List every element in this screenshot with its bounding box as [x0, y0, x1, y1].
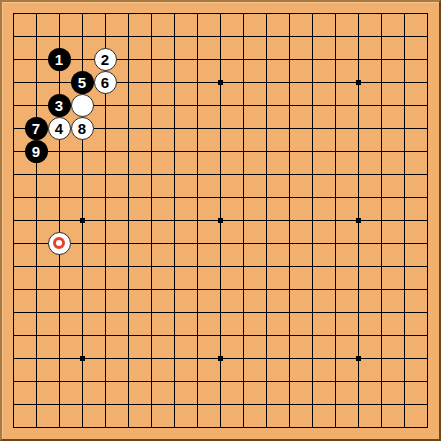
intersection[interactable]: [209, 393, 232, 416]
intersection[interactable]: [416, 393, 439, 416]
intersection[interactable]: [324, 2, 347, 25]
intersection[interactable]: [347, 163, 370, 186]
intersection[interactable]: [416, 209, 439, 232]
intersection[interactable]: [324, 71, 347, 94]
intersection[interactable]: [117, 25, 140, 48]
intersection[interactable]: [232, 71, 255, 94]
intersection[interactable]: [117, 186, 140, 209]
intersection[interactable]: [71, 2, 94, 25]
intersection[interactable]: [278, 301, 301, 324]
intersection[interactable]: [186, 278, 209, 301]
intersection[interactable]: [25, 232, 48, 255]
intersection[interactable]: [186, 370, 209, 393]
intersection[interactable]: [71, 25, 94, 48]
intersection[interactable]: [25, 163, 48, 186]
intersection[interactable]: [186, 232, 209, 255]
intersection[interactable]: [393, 94, 416, 117]
intersection[interactable]: [117, 278, 140, 301]
intersection[interactable]: [71, 278, 94, 301]
intersection[interactable]: [2, 393, 25, 416]
intersection[interactable]: [278, 324, 301, 347]
intersection[interactable]: [370, 393, 393, 416]
intersection[interactable]: [301, 140, 324, 163]
intersection[interactable]: [209, 140, 232, 163]
intersection[interactable]: [48, 255, 71, 278]
intersection[interactable]: [416, 370, 439, 393]
intersection[interactable]: [71, 301, 94, 324]
intersection[interactable]: [117, 301, 140, 324]
intersection[interactable]: [232, 94, 255, 117]
intersection[interactable]: [255, 324, 278, 347]
intersection[interactable]: [25, 278, 48, 301]
intersection[interactable]: [393, 186, 416, 209]
stone-white[interactable]: [48, 232, 71, 255]
stone-black-9[interactable]: 9: [25, 140, 48, 163]
intersection[interactable]: [25, 301, 48, 324]
intersection[interactable]: [186, 140, 209, 163]
intersection[interactable]: [255, 48, 278, 71]
intersection[interactable]: [48, 140, 71, 163]
intersection[interactable]: [301, 347, 324, 370]
intersection[interactable]: [255, 186, 278, 209]
intersection[interactable]: [232, 25, 255, 48]
intersection[interactable]: [416, 117, 439, 140]
stone-white-2[interactable]: 2: [94, 48, 117, 71]
intersection[interactable]: [255, 347, 278, 370]
intersection[interactable]: [117, 347, 140, 370]
intersection[interactable]: [94, 347, 117, 370]
intersection[interactable]: 8: [71, 117, 94, 140]
intersection[interactable]: [416, 2, 439, 25]
intersection[interactable]: 2: [94, 48, 117, 71]
intersection[interactable]: [255, 117, 278, 140]
intersection[interactable]: [370, 117, 393, 140]
intersection[interactable]: [163, 393, 186, 416]
intersection[interactable]: [324, 393, 347, 416]
intersection[interactable]: [347, 370, 370, 393]
intersection[interactable]: [232, 370, 255, 393]
intersection[interactable]: [370, 255, 393, 278]
intersection[interactable]: [2, 163, 25, 186]
intersection[interactable]: [71, 209, 94, 232]
intersection[interactable]: [140, 370, 163, 393]
intersection[interactable]: [117, 209, 140, 232]
intersection[interactable]: [232, 255, 255, 278]
intersection[interactable]: [2, 209, 25, 232]
intersection[interactable]: [2, 186, 25, 209]
intersection[interactable]: [140, 347, 163, 370]
intersection[interactable]: [370, 94, 393, 117]
intersection[interactable]: [48, 370, 71, 393]
intersection[interactable]: [347, 186, 370, 209]
intersection[interactable]: [71, 393, 94, 416]
intersection[interactable]: [117, 117, 140, 140]
intersection[interactable]: [94, 2, 117, 25]
intersection[interactable]: [347, 48, 370, 71]
intersection[interactable]: [163, 186, 186, 209]
intersection[interactable]: [140, 163, 163, 186]
intersection[interactable]: [2, 232, 25, 255]
intersection[interactable]: [94, 255, 117, 278]
intersection[interactable]: [324, 140, 347, 163]
intersection[interactable]: [324, 186, 347, 209]
intersection[interactable]: [140, 209, 163, 232]
intersection[interactable]: [278, 163, 301, 186]
intersection[interactable]: [209, 117, 232, 140]
intersection[interactable]: [209, 94, 232, 117]
intersection[interactable]: [301, 393, 324, 416]
intersection[interactable]: [255, 370, 278, 393]
intersection[interactable]: [48, 416, 71, 439]
intersection[interactable]: [370, 232, 393, 255]
intersection[interactable]: [324, 232, 347, 255]
intersection[interactable]: [71, 255, 94, 278]
intersection[interactable]: [2, 71, 25, 94]
intersection[interactable]: [94, 163, 117, 186]
intersection[interactable]: [48, 71, 71, 94]
intersection[interactable]: [416, 140, 439, 163]
intersection[interactable]: [324, 163, 347, 186]
intersection[interactable]: [370, 370, 393, 393]
intersection[interactable]: [393, 117, 416, 140]
intersection[interactable]: [2, 25, 25, 48]
intersection[interactable]: [370, 186, 393, 209]
intersection[interactable]: [324, 255, 347, 278]
intersection[interactable]: [255, 163, 278, 186]
intersection[interactable]: [163, 416, 186, 439]
intersection[interactable]: [324, 301, 347, 324]
intersection[interactable]: [209, 71, 232, 94]
intersection[interactable]: [2, 48, 25, 71]
intersection[interactable]: [416, 25, 439, 48]
intersection[interactable]: [393, 71, 416, 94]
intersection[interactable]: [347, 140, 370, 163]
intersection[interactable]: [25, 71, 48, 94]
intersection[interactable]: [255, 278, 278, 301]
intersection[interactable]: [94, 140, 117, 163]
intersection[interactable]: [48, 2, 71, 25]
intersection[interactable]: [370, 324, 393, 347]
intersection[interactable]: [416, 301, 439, 324]
intersection[interactable]: [255, 94, 278, 117]
intersection[interactable]: [140, 94, 163, 117]
intersection[interactable]: [94, 370, 117, 393]
stone-white[interactable]: [71, 94, 94, 117]
intersection[interactable]: [2, 324, 25, 347]
intersection[interactable]: [163, 25, 186, 48]
intersection[interactable]: [370, 2, 393, 25]
intersection[interactable]: [186, 186, 209, 209]
intersection[interactable]: [117, 2, 140, 25]
intersection[interactable]: [186, 347, 209, 370]
intersection[interactable]: [163, 324, 186, 347]
intersection[interactable]: [94, 232, 117, 255]
intersection[interactable]: [117, 48, 140, 71]
intersection[interactable]: [416, 94, 439, 117]
intersection[interactable]: [301, 232, 324, 255]
intersection[interactable]: [301, 209, 324, 232]
intersection[interactable]: [186, 94, 209, 117]
intersection[interactable]: [209, 255, 232, 278]
intersection[interactable]: [255, 140, 278, 163]
intersection[interactable]: [278, 25, 301, 48]
intersection[interactable]: [416, 48, 439, 71]
intersection[interactable]: [209, 48, 232, 71]
intersection[interactable]: [232, 163, 255, 186]
intersection[interactable]: [140, 117, 163, 140]
intersection[interactable]: [393, 347, 416, 370]
intersection[interactable]: 5: [71, 71, 94, 94]
intersection[interactable]: [140, 232, 163, 255]
intersection[interactable]: [25, 94, 48, 117]
intersection[interactable]: [71, 370, 94, 393]
intersection[interactable]: [370, 347, 393, 370]
intersection[interactable]: [209, 25, 232, 48]
intersection[interactable]: [232, 186, 255, 209]
intersection[interactable]: [117, 255, 140, 278]
intersection[interactable]: [71, 324, 94, 347]
intersection[interactable]: [163, 209, 186, 232]
intersection[interactable]: [25, 255, 48, 278]
intersection[interactable]: [301, 117, 324, 140]
intersection[interactable]: [48, 393, 71, 416]
intersection[interactable]: [117, 416, 140, 439]
intersection[interactable]: [393, 232, 416, 255]
intersection[interactable]: [393, 370, 416, 393]
intersection[interactable]: [393, 416, 416, 439]
intersection[interactable]: [393, 163, 416, 186]
intersection[interactable]: [25, 25, 48, 48]
intersection[interactable]: 4: [48, 117, 71, 140]
intersection[interactable]: [393, 25, 416, 48]
intersection[interactable]: [278, 48, 301, 71]
intersection[interactable]: [48, 278, 71, 301]
intersection[interactable]: [2, 117, 25, 140]
intersection[interactable]: [347, 25, 370, 48]
intersection[interactable]: [117, 393, 140, 416]
intersection[interactable]: [278, 117, 301, 140]
intersection[interactable]: [140, 393, 163, 416]
intersection[interactable]: [393, 393, 416, 416]
intersection[interactable]: [232, 117, 255, 140]
intersection[interactable]: [416, 232, 439, 255]
intersection[interactable]: [186, 117, 209, 140]
intersection[interactable]: [324, 347, 347, 370]
intersection[interactable]: [140, 25, 163, 48]
intersection[interactable]: [324, 416, 347, 439]
intersection[interactable]: [324, 278, 347, 301]
intersection[interactable]: 1: [48, 48, 71, 71]
intersection[interactable]: [163, 94, 186, 117]
intersection[interactable]: [2, 94, 25, 117]
intersection[interactable]: [163, 140, 186, 163]
intersection[interactable]: [278, 393, 301, 416]
intersection[interactable]: [278, 140, 301, 163]
intersection[interactable]: [140, 278, 163, 301]
intersection[interactable]: [140, 416, 163, 439]
intersection[interactable]: [301, 301, 324, 324]
intersection[interactable]: [48, 301, 71, 324]
intersection[interactable]: [209, 232, 232, 255]
intersection[interactable]: [232, 324, 255, 347]
intersection[interactable]: [278, 186, 301, 209]
intersection[interactable]: [301, 25, 324, 48]
intersection[interactable]: [209, 370, 232, 393]
intersection[interactable]: [71, 140, 94, 163]
intersection[interactable]: [301, 71, 324, 94]
intersection[interactable]: [370, 209, 393, 232]
intersection[interactable]: [25, 347, 48, 370]
intersection[interactable]: [232, 301, 255, 324]
intersection[interactable]: [278, 255, 301, 278]
intersection[interactable]: [232, 416, 255, 439]
intersection[interactable]: [2, 416, 25, 439]
intersection[interactable]: [416, 416, 439, 439]
intersection[interactable]: 7: [25, 117, 48, 140]
intersection[interactable]: [25, 370, 48, 393]
intersection[interactable]: [416, 186, 439, 209]
intersection[interactable]: [71, 186, 94, 209]
intersection[interactable]: [393, 255, 416, 278]
intersection[interactable]: [163, 301, 186, 324]
intersection[interactable]: [416, 255, 439, 278]
intersection[interactable]: [393, 140, 416, 163]
intersection[interactable]: [393, 324, 416, 347]
intersection[interactable]: [2, 255, 25, 278]
intersection[interactable]: [347, 255, 370, 278]
intersection[interactable]: [94, 416, 117, 439]
intersection[interactable]: [255, 301, 278, 324]
intersection[interactable]: [370, 25, 393, 48]
intersection[interactable]: [25, 324, 48, 347]
intersection[interactable]: [94, 186, 117, 209]
intersection[interactable]: [255, 255, 278, 278]
intersection[interactable]: [94, 209, 117, 232]
intersection[interactable]: [232, 48, 255, 71]
intersection[interactable]: [301, 370, 324, 393]
intersection[interactable]: [163, 255, 186, 278]
intersection[interactable]: [301, 48, 324, 71]
intersection[interactable]: [232, 232, 255, 255]
intersection[interactable]: [347, 301, 370, 324]
intersection[interactable]: [370, 140, 393, 163]
intersection[interactable]: [347, 117, 370, 140]
intersection[interactable]: [347, 209, 370, 232]
intersection[interactable]: [140, 71, 163, 94]
intersection[interactable]: [370, 416, 393, 439]
intersection[interactable]: [163, 347, 186, 370]
intersection[interactable]: [324, 25, 347, 48]
intersection[interactable]: [255, 232, 278, 255]
intersection[interactable]: [186, 209, 209, 232]
intersection[interactable]: [324, 117, 347, 140]
intersection[interactable]: [186, 301, 209, 324]
intersection[interactable]: [186, 2, 209, 25]
intersection[interactable]: [347, 94, 370, 117]
intersection[interactable]: [186, 71, 209, 94]
intersection[interactable]: [393, 48, 416, 71]
intersection[interactable]: [209, 347, 232, 370]
intersection[interactable]: [94, 94, 117, 117]
intersection[interactable]: [301, 2, 324, 25]
intersection[interactable]: [163, 232, 186, 255]
intersection[interactable]: [71, 163, 94, 186]
intersection[interactable]: [186, 25, 209, 48]
intersection[interactable]: [393, 2, 416, 25]
intersection[interactable]: [278, 278, 301, 301]
stone-black-1[interactable]: 1: [48, 48, 71, 71]
intersection[interactable]: [347, 278, 370, 301]
intersection[interactable]: [347, 347, 370, 370]
intersection[interactable]: [255, 209, 278, 232]
intersection[interactable]: [186, 324, 209, 347]
intersection[interactable]: [163, 117, 186, 140]
intersection[interactable]: [278, 2, 301, 25]
intersection[interactable]: [301, 255, 324, 278]
intersection[interactable]: [71, 94, 94, 117]
intersection[interactable]: [301, 94, 324, 117]
intersection[interactable]: [163, 370, 186, 393]
intersection[interactable]: [232, 2, 255, 25]
intersection[interactable]: [393, 278, 416, 301]
intersection[interactable]: [232, 278, 255, 301]
intersection[interactable]: [2, 301, 25, 324]
intersection[interactable]: [278, 209, 301, 232]
intersection[interactable]: [48, 232, 71, 255]
intersection[interactable]: [140, 255, 163, 278]
intersection[interactable]: [370, 71, 393, 94]
intersection[interactable]: [25, 2, 48, 25]
intersection[interactable]: [209, 163, 232, 186]
intersection[interactable]: [278, 232, 301, 255]
intersection[interactable]: [347, 71, 370, 94]
intersection[interactable]: [370, 301, 393, 324]
intersection[interactable]: [209, 416, 232, 439]
intersection[interactable]: [347, 416, 370, 439]
intersection[interactable]: [117, 232, 140, 255]
intersection[interactable]: [209, 186, 232, 209]
intersection[interactable]: [370, 278, 393, 301]
intersection[interactable]: [324, 209, 347, 232]
intersection[interactable]: [209, 324, 232, 347]
intersection[interactable]: [2, 370, 25, 393]
intersection[interactable]: [48, 186, 71, 209]
intersection[interactable]: [209, 301, 232, 324]
intersection[interactable]: [94, 393, 117, 416]
intersection[interactable]: [324, 48, 347, 71]
intersection[interactable]: [25, 393, 48, 416]
intersection[interactable]: [117, 324, 140, 347]
intersection[interactable]: [255, 71, 278, 94]
intersection[interactable]: [416, 278, 439, 301]
intersection[interactable]: [416, 347, 439, 370]
intersection[interactable]: [301, 324, 324, 347]
intersection[interactable]: [186, 255, 209, 278]
intersection[interactable]: [2, 140, 25, 163]
stone-black-7[interactable]: 7: [25, 117, 48, 140]
intersection[interactable]: [278, 71, 301, 94]
intersection[interactable]: [347, 393, 370, 416]
intersection[interactable]: [140, 301, 163, 324]
stone-white-8[interactable]: 8: [71, 117, 94, 140]
intersection[interactable]: [117, 370, 140, 393]
intersection[interactable]: [393, 301, 416, 324]
intersection[interactable]: [347, 2, 370, 25]
intersection[interactable]: [2, 347, 25, 370]
intersection[interactable]: [416, 163, 439, 186]
intersection[interactable]: [140, 48, 163, 71]
intersection[interactable]: [255, 393, 278, 416]
